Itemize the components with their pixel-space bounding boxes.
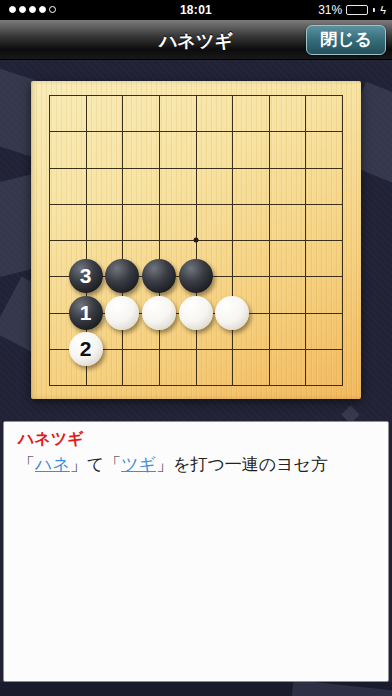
stones-layer: 312 <box>49 95 343 386</box>
term-link[interactable]: ツギ <box>121 455 156 474</box>
stone-white <box>215 296 249 330</box>
footer-strip <box>0 682 392 696</box>
description-panel: ハネツギ 「ハネ」て「ツギ」を打つ一連のヨセ方 <box>3 421 389 682</box>
stone-white-2: 2 <box>69 332 103 366</box>
battery-cap <box>373 8 375 12</box>
stone-black <box>142 259 176 293</box>
stone-black-3: 3 <box>69 259 103 293</box>
go-board-inner: 312 <box>49 95 343 386</box>
battery-indicator: 31% ϟ <box>318 3 386 17</box>
background-shape <box>341 405 359 421</box>
description-text: 」を打つ一連のヨセ方 <box>156 455 328 474</box>
battery-icon <box>346 5 368 15</box>
board-section: 312 <box>0 60 392 421</box>
stone-white <box>105 296 139 330</box>
nav-bar: ハネツギ 閉じる <box>0 20 392 60</box>
description-text: 「 <box>18 455 35 474</box>
background-shape <box>291 682 392 696</box>
status-bar: 18:01 31% ϟ <box>0 0 392 20</box>
stone-black <box>105 259 139 293</box>
term-link[interactable]: ハネ <box>35 455 70 474</box>
hoshi-point <box>193 238 198 243</box>
stone-white <box>142 296 176 330</box>
description-title: ハネツギ <box>18 429 388 450</box>
go-board: 312 <box>31 81 361 399</box>
stone-black-1: 1 <box>69 296 103 330</box>
stone-white <box>179 296 213 330</box>
description-text: 」て「 <box>70 455 121 474</box>
battery-percent: 31% <box>318 3 342 17</box>
description-body: 「ハネ」て「ツギ」を打つ一連のヨセ方 <box>18 453 378 477</box>
close-button[interactable]: 閉じる <box>306 25 386 55</box>
app-screen: 18:01 31% ϟ ハネツギ 閉じる 312 ハネツギ 「ハネ」て「ツギ」を… <box>0 0 392 696</box>
stone-black <box>179 259 213 293</box>
charging-bolt-icon: ϟ <box>380 5 386 15</box>
